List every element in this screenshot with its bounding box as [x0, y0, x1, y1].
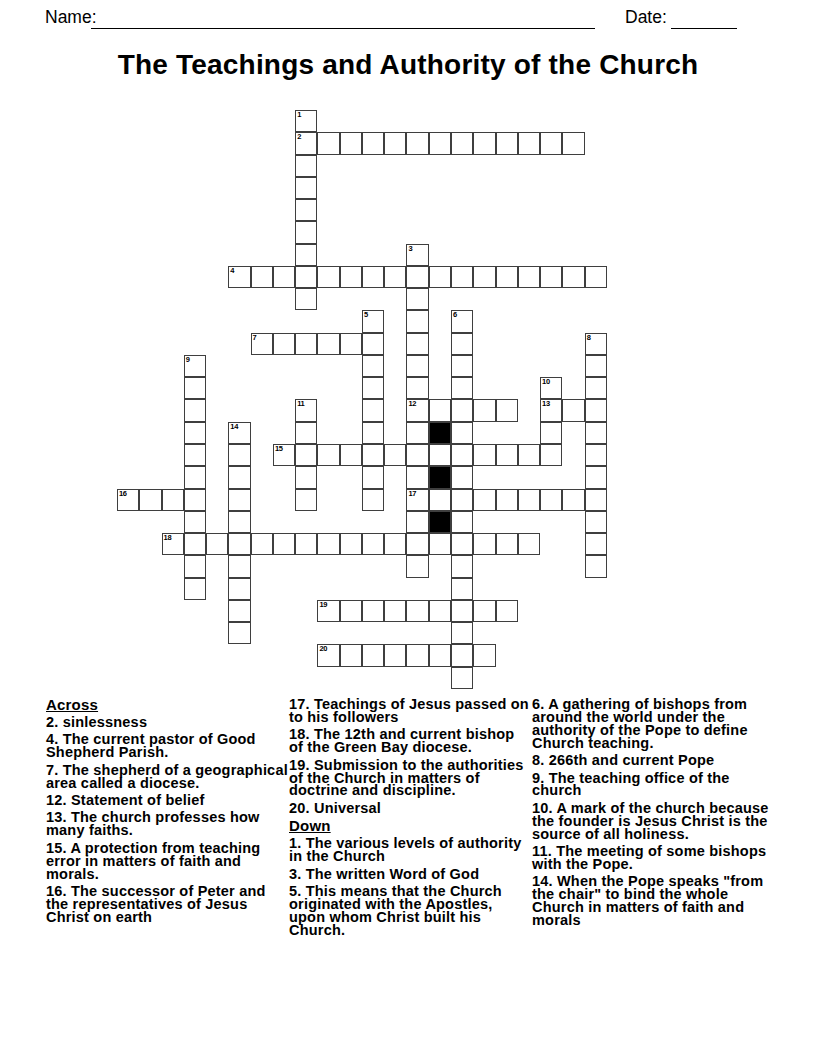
grid-cell-r12c11[interactable]	[362, 377, 384, 399]
clue-7-across: 7. The shepherd of a geographical area c…	[46, 764, 289, 790]
grid-cell-r18c21[interactable]	[585, 511, 607, 533]
grid-cell-r1c10[interactable]	[340, 132, 362, 154]
clue-number-18: 18	[164, 533, 172, 542]
grid-cell-r6c8[interactable]	[295, 244, 317, 266]
clue-14-down: 14. When the Pope speaks "from the chair…	[532, 875, 782, 927]
grid-cell-r1c13[interactable]	[406, 132, 428, 154]
grid-cell-r21c15[interactable]	[451, 578, 473, 600]
grid-cell-r17c11[interactable]	[362, 489, 384, 511]
grid-cell-r8c13[interactable]	[406, 288, 428, 310]
clue-2-across: 2. sinlessness	[46, 716, 289, 729]
grid-cell-r19c7[interactable]	[273, 533, 295, 555]
grid-cell-r7c21[interactable]	[585, 266, 607, 288]
grid-cell-r11c11[interactable]	[362, 355, 384, 377]
grid-cell-r7c18[interactable]	[518, 266, 540, 288]
grid-cell-r17c14[interactable]	[429, 489, 451, 511]
grid-cell-r19c8[interactable]	[295, 533, 317, 555]
grid-cell-r22c16[interactable]	[473, 600, 495, 622]
grid-cell-r17c20[interactable]	[562, 489, 584, 511]
grid-cell-r13c17[interactable]	[496, 399, 518, 421]
grid-cell-r16c5[interactable]	[228, 466, 250, 488]
grid-cell-r24c9[interactable]: 20	[317, 644, 339, 666]
grid-cell-r14c19[interactable]	[540, 422, 562, 444]
grid-cell-r19c5[interactable]	[228, 533, 250, 555]
grid-cell-r17c8[interactable]	[295, 489, 317, 511]
clue-column-2: 17. Teachings of Jesus passed on to his …	[289, 698, 532, 941]
grid-cell-r7c12[interactable]	[384, 266, 406, 288]
grid-cell-r19c15[interactable]	[451, 533, 473, 555]
clue-20-across: 20. Universal	[289, 802, 532, 815]
grid-cell-r15c19[interactable]	[540, 444, 562, 466]
grid-cell-r19c3[interactable]	[184, 533, 206, 555]
grid-cell-r14c15[interactable]	[451, 422, 473, 444]
grid-cell-r17c3[interactable]	[184, 489, 206, 511]
grid-cell-r10c10[interactable]	[340, 333, 362, 355]
grid-cell-r16c8[interactable]	[295, 466, 317, 488]
clue-number-16: 16	[119, 489, 127, 498]
grid-cell-r7c13[interactable]	[406, 266, 428, 288]
grid-cell-r22c15[interactable]	[451, 600, 473, 622]
clue-10-down: 10. A mark of the church because the fou…	[532, 802, 782, 841]
clue-column-1: Across2. sinlessness4. The current pasto…	[46, 698, 289, 941]
grid-cell-r15c3[interactable]	[184, 444, 206, 466]
grid-cell-r24c13[interactable]	[406, 644, 428, 666]
clue-5-down: 5. This means that the Church originated…	[289, 885, 532, 937]
clue-19-across: 19. Submission to the authorities of the…	[289, 759, 532, 798]
clue-number-12: 12	[408, 399, 416, 408]
grid-cell-r20c5[interactable]	[228, 555, 250, 577]
grid-cell-r7c19[interactable]	[540, 266, 562, 288]
grid-cell-r15c18[interactable]	[518, 444, 540, 466]
clue-number-13: 13	[542, 399, 550, 408]
grid-cell-r15c14[interactable]	[429, 444, 451, 466]
clue-column-3: 6. A gathering of bishops from around th…	[532, 698, 782, 941]
grid-cell-r11c13[interactable]	[406, 355, 428, 377]
grid-cell-r19c21[interactable]	[585, 533, 607, 555]
clue-number-20: 20	[319, 644, 327, 653]
grid-cell-r23c5[interactable]	[228, 622, 250, 644]
clue-number-5: 5	[364, 310, 368, 319]
grid-cell-r22c10[interactable]	[340, 600, 362, 622]
clue-number-1: 1	[297, 110, 301, 119]
grid-cell-r16c13[interactable]	[406, 466, 428, 488]
grid-cell-r18c5[interactable]	[228, 511, 250, 533]
grid-cell-r1c9[interactable]	[317, 132, 339, 154]
grid-cell-r20c3[interactable]	[184, 555, 206, 577]
clue-list: Across2. sinlessness4. The current pasto…	[46, 698, 791, 941]
grid-cell-r12c21[interactable]	[585, 377, 607, 399]
grid-cell-r5c8[interactable]	[295, 221, 317, 243]
clue-number-9: 9	[186, 355, 190, 364]
grid-cell-r22c9[interactable]: 19	[317, 600, 339, 622]
clue-9-down: 9. The teaching office of the church	[532, 772, 782, 798]
grid-cell-r19c16[interactable]	[473, 533, 495, 555]
clue-16-across: 16. The successor of Peter and the repre…	[46, 885, 289, 924]
grid-cell-r23c15[interactable]	[451, 622, 473, 644]
grid-cell-r15c10[interactable]	[340, 444, 362, 466]
grid-cell-r14c11[interactable]	[362, 422, 384, 444]
grid-cell-r7c6[interactable]	[251, 266, 273, 288]
grid-cell-r1c19[interactable]	[540, 132, 562, 154]
grid-cell-r19c12[interactable]	[384, 533, 406, 555]
grid-cell-r24c16[interactable]	[473, 644, 495, 666]
grid-cell-r9c15[interactable]: 6	[451, 310, 473, 332]
grid-cell-r13c8[interactable]: 11	[295, 399, 317, 421]
grid-cell-r19c4[interactable]	[206, 533, 228, 555]
clue-number-11: 11	[297, 399, 304, 408]
grid-cell-r18c3[interactable]	[184, 511, 206, 533]
grid-cell-r12c13[interactable]	[406, 377, 428, 399]
grid-cell-r11c21[interactable]	[585, 355, 607, 377]
grid-cell-r19c17[interactable]	[496, 533, 518, 555]
clue-number-15: 15	[275, 444, 283, 453]
grid-cell-r12c3[interactable]	[184, 377, 206, 399]
clue-12-across: 12. Statement of belief	[46, 794, 289, 807]
clue-number-10: 10	[542, 377, 550, 386]
down-heading: Down	[289, 819, 532, 832]
clue-number-8: 8	[587, 333, 591, 342]
grid-cell-r9c13[interactable]	[406, 310, 428, 332]
grid-cell-r15c21[interactable]	[585, 444, 607, 466]
grid-cell-r10c15[interactable]	[451, 333, 473, 355]
grid-cell-r21c5[interactable]	[228, 578, 250, 600]
grid-cell-r0c8[interactable]: 1	[295, 110, 317, 132]
clue-4-across: 4. The current pastor of Good Shepherd P…	[46, 733, 289, 759]
grid-cell-r24c14[interactable]	[429, 644, 451, 666]
grid-cell-r10c9[interactable]	[317, 333, 339, 355]
black-cell	[429, 422, 451, 444]
grid-cell-r13c3[interactable]	[184, 399, 206, 421]
clue-1-down: 1. The various levels of authority in th…	[289, 837, 532, 863]
grid-cell-r19c9[interactable]	[317, 533, 339, 555]
grid-cell-r11c3[interactable]: 9	[184, 355, 206, 377]
grid-cell-r13c11[interactable]	[362, 399, 384, 421]
grid-cell-r15c16[interactable]	[473, 444, 495, 466]
clue-13-across: 13. The church professes how many faiths…	[46, 811, 289, 837]
grid-cell-r20c21[interactable]	[585, 555, 607, 577]
clue-15-across: 15. A protection from teaching error in …	[46, 842, 289, 881]
clue-number-19: 19	[319, 600, 327, 609]
grid-cell-r17c17[interactable]	[496, 489, 518, 511]
grid-cell-r1c12[interactable]	[384, 132, 406, 154]
grid-cell-r19c10[interactable]	[340, 533, 362, 555]
grid-cell-r12c15[interactable]	[451, 377, 473, 399]
clue-number-4: 4	[230, 266, 234, 275]
grid-cell-r17c15[interactable]	[451, 489, 473, 511]
grid-cell-r17c5[interactable]	[228, 489, 250, 511]
grid-cell-r13c20[interactable]	[562, 399, 584, 421]
grid-cell-r19c14[interactable]	[429, 533, 451, 555]
grid-cell-r7c10[interactable]	[340, 266, 362, 288]
grid-cell-r14c3[interactable]	[184, 422, 206, 444]
clue-number-3: 3	[408, 244, 412, 253]
grid-cell-r15c5[interactable]	[228, 444, 250, 466]
grid-cell-r13c19[interactable]: 13	[540, 399, 562, 421]
grid-cell-r24c11[interactable]	[362, 644, 384, 666]
grid-cell-r25c15[interactable]	[451, 667, 473, 689]
grid-cell-r15c8[interactable]	[295, 444, 317, 466]
grid-cell-r22c14[interactable]	[429, 600, 451, 622]
grid-cell-r1c14[interactable]	[429, 132, 451, 154]
grid-cell-r1c17[interactable]	[496, 132, 518, 154]
grid-cell-r15c7[interactable]: 15	[273, 444, 295, 466]
grid-cell-r17c16[interactable]	[473, 489, 495, 511]
grid-cell-r2c8[interactable]	[295, 155, 317, 177]
clue-number-6: 6	[453, 310, 457, 319]
grid-cell-r9c11[interactable]: 5	[362, 310, 384, 332]
grid-cell-r24c10[interactable]	[340, 644, 362, 666]
grid-cell-r6c13[interactable]: 3	[406, 244, 428, 266]
grid-cell-r14c5[interactable]: 14	[228, 422, 250, 444]
grid-cell-r15c17[interactable]	[496, 444, 518, 466]
grid-cell-r22c17[interactable]	[496, 600, 518, 622]
grid-cell-r17c0[interactable]: 16	[117, 489, 139, 511]
grid-cell-r1c16[interactable]	[473, 132, 495, 154]
grid-cell-r13c13[interactable]: 12	[406, 399, 428, 421]
grid-cell-r22c13[interactable]	[406, 600, 428, 622]
grid-cell-r3c8[interactable]	[295, 177, 317, 199]
grid-cell-r22c12[interactable]	[384, 600, 406, 622]
grid-cell-r10c8[interactable]	[295, 333, 317, 355]
grid-cell-r17c1[interactable]	[139, 489, 161, 511]
grid-cell-r19c18[interactable]	[518, 533, 540, 555]
grid-cell-r16c11[interactable]	[362, 466, 384, 488]
clue-18-across: 18. The 12th and current bishop of the G…	[289, 728, 532, 754]
grid-cell-r14c8[interactable]	[295, 422, 317, 444]
grid-cell-r19c2[interactable]: 18	[162, 533, 184, 555]
grid-cell-r22c11[interactable]	[362, 600, 384, 622]
grid-cell-r7c11[interactable]	[362, 266, 384, 288]
grid-cell-r19c6[interactable]	[251, 533, 273, 555]
grid-cell-r17c21[interactable]	[585, 489, 607, 511]
grid-cell-r7c16[interactable]	[473, 266, 495, 288]
clue-6-down: 6. A gathering of bishops from around th…	[532, 698, 782, 750]
grid-cell-r7c9[interactable]	[317, 266, 339, 288]
grid-cell-r21c3[interactable]	[184, 578, 206, 600]
grid-cell-r1c11[interactable]	[362, 132, 384, 154]
grid-cell-r13c16[interactable]	[473, 399, 495, 421]
grid-cell-r24c15[interactable]	[451, 644, 473, 666]
grid-cell-r15c12[interactable]	[384, 444, 406, 466]
grid-cell-r20c13[interactable]	[406, 555, 428, 577]
grid-cell-r7c8[interactable]	[295, 266, 317, 288]
clue-17-across: 17. Teachings of Jesus passed on to his …	[289, 698, 532, 724]
grid-cell-r1c8[interactable]: 2	[295, 132, 317, 154]
grid-cell-r17c18[interactable]	[518, 489, 540, 511]
clue-number-17: 17	[408, 489, 416, 498]
grid-cell-r17c13[interactable]: 17	[406, 489, 428, 511]
grid-cell-r18c13[interactable]	[406, 511, 428, 533]
grid-cell-r10c13[interactable]	[406, 333, 428, 355]
grid-cell-r13c15[interactable]	[451, 399, 473, 421]
grid-cell-r14c13[interactable]	[406, 422, 428, 444]
grid-cell-r12c19[interactable]: 10	[540, 377, 562, 399]
grid-cell-r7c5[interactable]: 4	[228, 266, 250, 288]
clue-number-14: 14	[230, 422, 238, 431]
grid-cell-r7c17[interactable]	[496, 266, 518, 288]
grid-cell-r10c6[interactable]: 7	[251, 333, 273, 355]
grid-cell-r10c21[interactable]: 8	[585, 333, 607, 355]
grid-cell-r8c8[interactable]	[295, 288, 317, 310]
clue-number-2: 2	[297, 132, 301, 141]
grid-cell-r15c13[interactable]	[406, 444, 428, 466]
grid-cell-r15c15[interactable]	[451, 444, 473, 466]
grid-cell-r16c3[interactable]	[184, 466, 206, 488]
grid-cell-r16c21[interactable]	[585, 466, 607, 488]
across-heading: Across	[46, 698, 289, 711]
grid-cell-r16c15[interactable]	[451, 466, 473, 488]
grid-cell-r7c14[interactable]	[429, 266, 451, 288]
grid-cell-r7c7[interactable]	[273, 266, 295, 288]
black-cell	[429, 466, 451, 488]
grid-cell-r1c20[interactable]	[562, 132, 584, 154]
grid-cell-r22c5[interactable]	[228, 600, 250, 622]
clue-3-down: 3. The written Word of God	[289, 868, 532, 881]
grid-cell-r14c21[interactable]	[585, 422, 607, 444]
clue-number-7: 7	[253, 333, 257, 342]
grid-cell-r7c20[interactable]	[562, 266, 584, 288]
grid-cell-r13c21[interactable]	[585, 399, 607, 421]
grid-cell-r20c15[interactable]	[451, 555, 473, 577]
grid-cell-r18c15[interactable]	[451, 511, 473, 533]
grid-cell-r19c13[interactable]	[406, 533, 428, 555]
grid-cell-r24c12[interactable]	[384, 644, 406, 666]
clue-11-down: 11. The meeting of some bishops with the…	[532, 845, 782, 871]
grid-cell-r1c15[interactable]	[451, 132, 473, 154]
grid-cell-r13c14[interactable]	[429, 399, 451, 421]
grid-cell-r10c11[interactable]	[362, 333, 384, 355]
black-cell	[429, 511, 451, 533]
grid-cell-r1c18[interactable]	[518, 132, 540, 154]
grid-cell-r19c11[interactable]	[362, 533, 384, 555]
grid-cell-r7c15[interactable]	[451, 266, 473, 288]
grid-cell-r17c19[interactable]	[540, 489, 562, 511]
clue-8-down: 8. 266th and current Pope	[532, 754, 782, 767]
grid-cell-r10c7[interactable]	[273, 333, 295, 355]
grid-cell-r4c8[interactable]	[295, 199, 317, 221]
crossword-grid: 1234567891011121314151617181920	[0, 0, 816, 700]
grid-cell-r15c11[interactable]	[362, 444, 384, 466]
grid-cell-r11c15[interactable]	[451, 355, 473, 377]
grid-cell-r15c9[interactable]	[317, 444, 339, 466]
grid-cell-r17c2[interactable]	[162, 489, 184, 511]
